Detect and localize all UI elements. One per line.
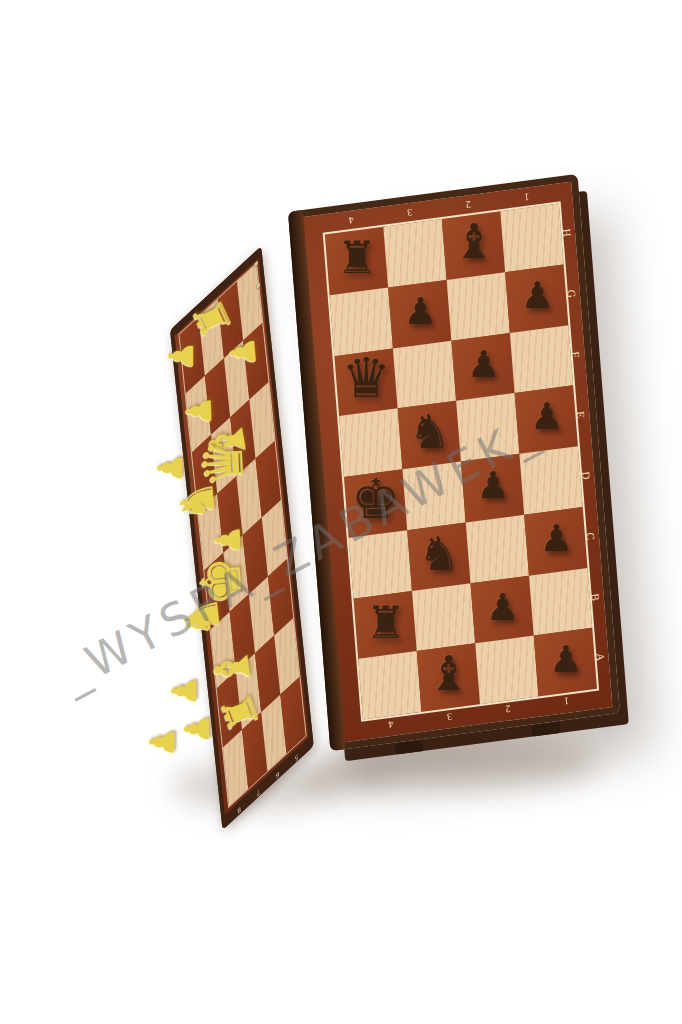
dark-pawn: ♟ xyxy=(403,293,436,330)
rank-label: 3 xyxy=(407,207,413,219)
dark-rook: ♜ xyxy=(365,599,405,644)
rank-label: 1 xyxy=(524,191,530,203)
yellow-pawn: ♟ xyxy=(210,524,245,556)
rank-label: 1 xyxy=(564,696,570,708)
rank-label: 8 xyxy=(237,805,241,816)
rank-label: 4 xyxy=(388,719,394,731)
rank-label: 3 xyxy=(447,711,453,723)
yellow-pawn: ♟ xyxy=(153,453,187,483)
yellow-bishop: ♝ xyxy=(206,643,260,692)
yellow-pawn: ♟ xyxy=(167,676,201,706)
yellow-pawn: ♟ xyxy=(144,726,179,758)
dark-rook: ♜ xyxy=(336,235,376,280)
file-label: B xyxy=(589,592,601,601)
file-label: G xyxy=(566,289,579,299)
dark-pawn: ♟ xyxy=(466,346,499,383)
dark-knight: ♞ xyxy=(417,530,459,577)
yellow-pawn: ♟ xyxy=(164,341,198,371)
product-photo-scene: 8765 ♜♝♟♟♛♟♞♟♚♟♞♟♜♟♝♟ HGFEDCBA44332211 ♜… xyxy=(0,0,682,1024)
rank-label: 5 xyxy=(295,752,299,763)
dark-pawn: ♟ xyxy=(539,520,572,557)
file-label: E xyxy=(575,411,587,419)
rank-label: 2 xyxy=(505,703,511,715)
dark-queen: ♛ xyxy=(341,351,390,406)
dark-pawn: ♟ xyxy=(549,641,582,678)
dark-pawn: ♟ xyxy=(485,588,518,625)
rank-label: 4 xyxy=(348,214,354,226)
file-label: F xyxy=(570,350,582,358)
file-label: A xyxy=(594,653,607,663)
file-label: D xyxy=(580,471,593,481)
yellow-pawn: ♟ xyxy=(225,335,262,368)
dark-bishop: ♝ xyxy=(427,650,470,698)
ground-shadow xyxy=(300,755,390,795)
file-label: H xyxy=(561,228,574,238)
file-label: C xyxy=(584,532,596,541)
yellow-pawn: ♟ xyxy=(180,713,215,744)
yellow-knight: ♞ xyxy=(172,478,222,524)
dark-pawn: ♟ xyxy=(520,277,553,314)
board-foot xyxy=(532,722,561,737)
rank-label: 2 xyxy=(465,199,471,211)
dark-bishop: ♝ xyxy=(452,218,495,266)
